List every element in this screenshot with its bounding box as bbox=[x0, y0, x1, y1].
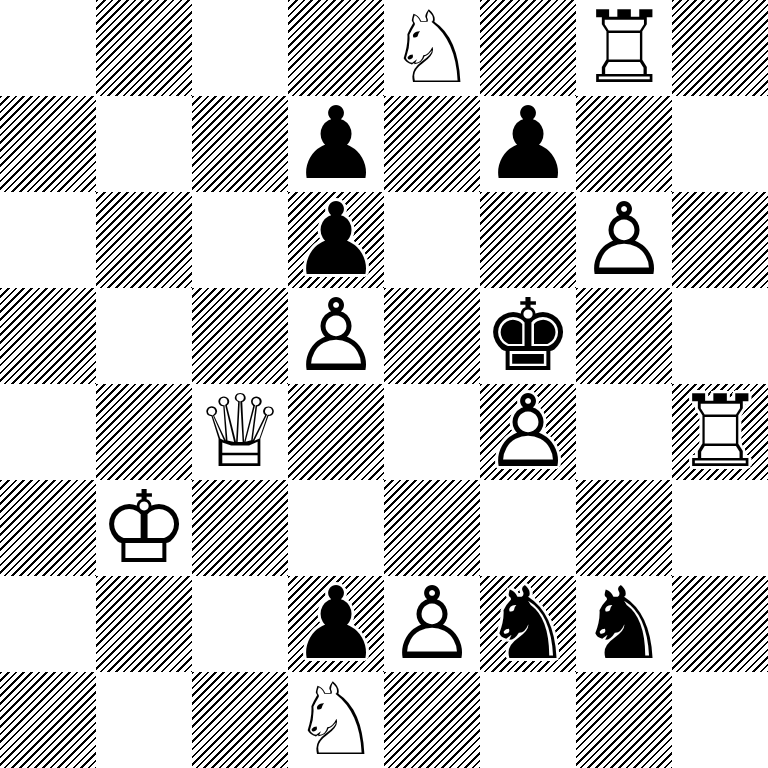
white-knight-icon: ♘ bbox=[384, 0, 480, 96]
square-b3[interactable]: ♚♔ bbox=[96, 480, 192, 576]
white-rook-icon: ♖ bbox=[672, 384, 768, 480]
white-pawn-icon: ♙ bbox=[576, 192, 672, 288]
white-queen-c4[interactable]: ♛♕ bbox=[192, 384, 288, 480]
square-f4[interactable]: ♟♙ bbox=[480, 384, 576, 480]
white-pawn-d5[interactable]: ♟♙ bbox=[288, 288, 384, 384]
square-e5[interactable] bbox=[384, 288, 480, 384]
black-pawn-d6[interactable]: ♟♟ bbox=[288, 192, 384, 288]
square-a7[interactable] bbox=[0, 96, 96, 192]
square-a4[interactable] bbox=[0, 384, 96, 480]
square-e3[interactable] bbox=[384, 480, 480, 576]
black-pawn-d7[interactable]: ♟♟ bbox=[288, 96, 384, 192]
black-knight-g2[interactable]: ♞♞ bbox=[576, 576, 672, 672]
black-knight-icon: ♞ bbox=[480, 576, 576, 672]
square-c5[interactable] bbox=[192, 288, 288, 384]
square-e8[interactable]: ♞♘ bbox=[384, 0, 480, 96]
white-king-icon: ♔ bbox=[96, 480, 192, 576]
square-e1[interactable] bbox=[384, 672, 480, 768]
square-b5[interactable] bbox=[96, 288, 192, 384]
square-h7[interactable] bbox=[672, 96, 768, 192]
square-c7[interactable] bbox=[192, 96, 288, 192]
white-knight-e8[interactable]: ♞♘ bbox=[384, 0, 480, 96]
square-e2[interactable]: ♟♙ bbox=[384, 576, 480, 672]
square-a6[interactable] bbox=[0, 192, 96, 288]
white-pawn-f4[interactable]: ♟♙ bbox=[480, 384, 576, 480]
black-king-f5[interactable]: ♚♚ bbox=[480, 288, 576, 384]
black-pawn-f7[interactable]: ♟♟ bbox=[480, 96, 576, 192]
white-rook-g8[interactable]: ♜♖ bbox=[576, 0, 672, 96]
square-g3[interactable] bbox=[576, 480, 672, 576]
square-g4[interactable] bbox=[576, 384, 672, 480]
square-e4[interactable] bbox=[384, 384, 480, 480]
square-c4[interactable]: ♛♕ bbox=[192, 384, 288, 480]
square-g1[interactable] bbox=[576, 672, 672, 768]
black-king-icon: ♚ bbox=[480, 288, 576, 384]
black-pawn-icon: ♟ bbox=[288, 192, 384, 288]
square-h3[interactable] bbox=[672, 480, 768, 576]
square-b1[interactable] bbox=[96, 672, 192, 768]
white-pawn-e2[interactable]: ♟♙ bbox=[384, 576, 480, 672]
square-a2[interactable] bbox=[0, 576, 96, 672]
square-h6[interactable] bbox=[672, 192, 768, 288]
white-rook-h4[interactable]: ♜♖ bbox=[672, 384, 768, 480]
square-c3[interactable] bbox=[192, 480, 288, 576]
white-knight-icon: ♘ bbox=[288, 672, 384, 768]
square-d7[interactable]: ♟♟ bbox=[288, 96, 384, 192]
square-g8[interactable]: ♜♖ bbox=[576, 0, 672, 96]
square-b7[interactable] bbox=[96, 96, 192, 192]
square-f2[interactable]: ♞♞ bbox=[480, 576, 576, 672]
square-f5[interactable]: ♚♚ bbox=[480, 288, 576, 384]
square-c8[interactable] bbox=[192, 0, 288, 96]
square-d6[interactable]: ♟♟ bbox=[288, 192, 384, 288]
square-b8[interactable] bbox=[96, 0, 192, 96]
white-queen-icon: ♕ bbox=[192, 384, 288, 480]
square-a3[interactable] bbox=[0, 480, 96, 576]
square-f6[interactable] bbox=[480, 192, 576, 288]
white-knight-d1[interactable]: ♞♘ bbox=[288, 672, 384, 768]
square-d8[interactable] bbox=[288, 0, 384, 96]
white-pawn-icon: ♙ bbox=[480, 384, 576, 480]
square-d5[interactable]: ♟♙ bbox=[288, 288, 384, 384]
square-c6[interactable] bbox=[192, 192, 288, 288]
square-g5[interactable] bbox=[576, 288, 672, 384]
square-f7[interactable]: ♟♟ bbox=[480, 96, 576, 192]
square-b2[interactable] bbox=[96, 576, 192, 672]
black-pawn-d2[interactable]: ♟♟ bbox=[288, 576, 384, 672]
black-knight-f2[interactable]: ♞♞ bbox=[480, 576, 576, 672]
black-pawn-icon: ♟ bbox=[288, 576, 384, 672]
chessboard: ♞♘♜♖♟♟♟♟♟♟♟♙♟♙♚♚♛♕♟♙♜♖♚♔♟♟♟♙♞♞♞♞♞♘ bbox=[0, 0, 768, 768]
square-h4[interactable]: ♜♖ bbox=[672, 384, 768, 480]
square-d2[interactable]: ♟♟ bbox=[288, 576, 384, 672]
square-e7[interactable] bbox=[384, 96, 480, 192]
white-king-b3[interactable]: ♚♔ bbox=[96, 480, 192, 576]
black-knight-icon: ♞ bbox=[576, 576, 672, 672]
square-c1[interactable] bbox=[192, 672, 288, 768]
square-f3[interactable] bbox=[480, 480, 576, 576]
white-rook-icon: ♖ bbox=[576, 0, 672, 96]
black-pawn-icon: ♟ bbox=[288, 96, 384, 192]
square-g6[interactable]: ♟♙ bbox=[576, 192, 672, 288]
white-pawn-icon: ♙ bbox=[288, 288, 384, 384]
square-h5[interactable] bbox=[672, 288, 768, 384]
white-pawn-g6[interactable]: ♟♙ bbox=[576, 192, 672, 288]
square-a5[interactable] bbox=[0, 288, 96, 384]
square-h2[interactable] bbox=[672, 576, 768, 672]
square-h8[interactable] bbox=[672, 0, 768, 96]
square-a1[interactable] bbox=[0, 672, 96, 768]
square-f8[interactable] bbox=[480, 0, 576, 96]
square-c2[interactable] bbox=[192, 576, 288, 672]
square-d1[interactable]: ♞♘ bbox=[288, 672, 384, 768]
square-b6[interactable] bbox=[96, 192, 192, 288]
square-a8[interactable] bbox=[0, 0, 96, 96]
square-f1[interactable] bbox=[480, 672, 576, 768]
square-b4[interactable] bbox=[96, 384, 192, 480]
square-h1[interactable] bbox=[672, 672, 768, 768]
square-g7[interactable] bbox=[576, 96, 672, 192]
square-e6[interactable] bbox=[384, 192, 480, 288]
square-d3[interactable] bbox=[288, 480, 384, 576]
black-pawn-icon: ♟ bbox=[480, 96, 576, 192]
white-pawn-icon: ♙ bbox=[384, 576, 480, 672]
square-g2[interactable]: ♞♞ bbox=[576, 576, 672, 672]
square-d4[interactable] bbox=[288, 384, 384, 480]
